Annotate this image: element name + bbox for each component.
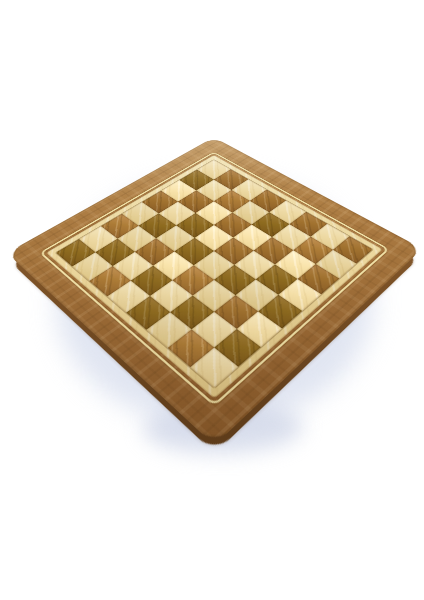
photo-scene	[0, 0, 424, 600]
photo-description: Empty wooden chessboard photographed at …	[0, 0, 1, 1]
product-photo: Empty wooden chessboard photographed at …	[0, 0, 424, 600]
board-face	[7, 137, 423, 445]
chess-board	[7, 137, 423, 445]
